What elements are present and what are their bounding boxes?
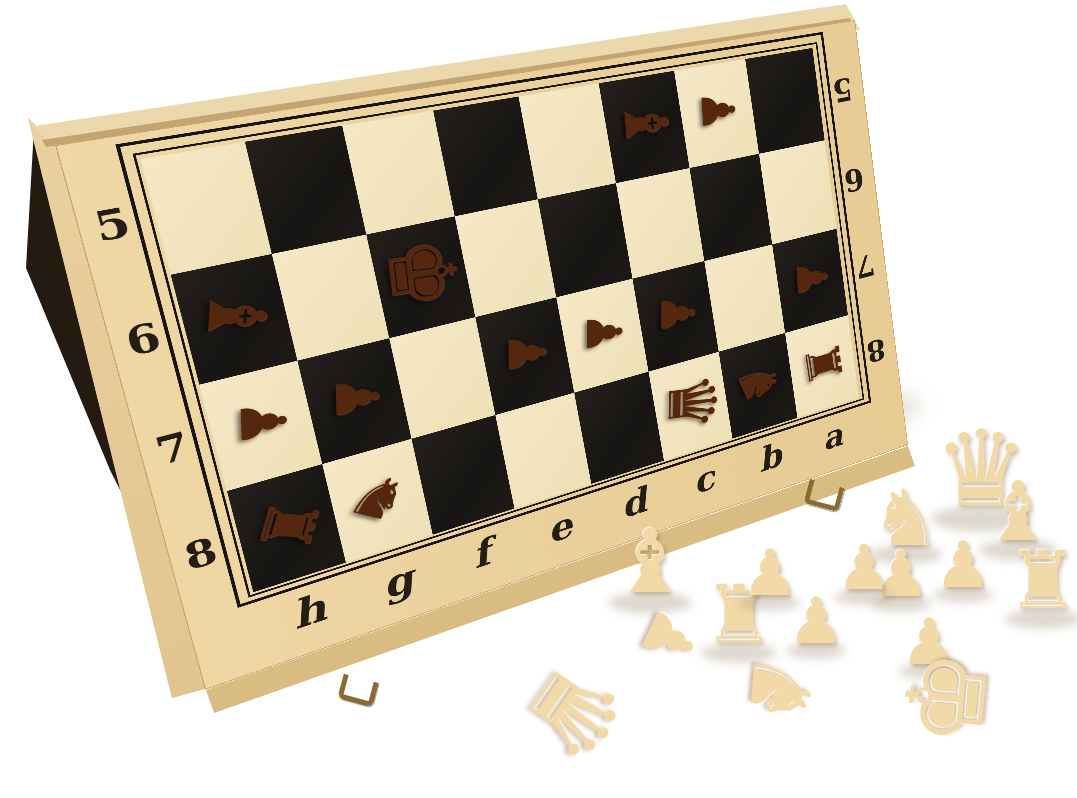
square-b6[interactable]	[689, 153, 772, 261]
rank-label-right-6: 6	[842, 162, 865, 196]
dark-piece-p-e7[interactable]: ♟	[499, 329, 551, 377]
white-piece-b-standing-7[interactable]: ♝	[611, 518, 690, 606]
file-label-f: f	[469, 534, 494, 574]
dark-piece-b-h6[interactable]: ♝	[193, 285, 276, 345]
file-label-c: c	[691, 461, 717, 500]
file-label-a: a	[821, 419, 845, 456]
white-piece-p-lying-12[interactable]: ♟	[629, 598, 711, 677]
rank-label-left-6: 6	[122, 317, 165, 362]
brass-clasp-1	[337, 674, 378, 707]
square-c6[interactable]	[616, 168, 704, 279]
file-label-e: e	[544, 507, 575, 549]
white-piece-r-standing-3[interactable]: ♜	[1007, 541, 1077, 621]
dark-piece-p-c7[interactable]: ♟	[653, 291, 699, 336]
brass-clasp-2	[803, 479, 844, 512]
rank-label-left-7: 7	[152, 427, 194, 472]
white-piece-k-lying-15[interactable]: ♚	[889, 645, 1005, 751]
dark-piece-b-c5[interactable]: ♝	[613, 95, 676, 153]
white-piece-p-standing-4[interactable]: ♟	[934, 533, 991, 597]
square-a6[interactable]	[759, 140, 837, 245]
dark-piece-r-h8[interactable]: ♜	[245, 496, 328, 553]
dark-piece-p-d7[interactable]: ♟	[578, 310, 627, 356]
dark-piece-k-f6[interactable]: ♚	[371, 231, 469, 316]
white-piece-p-standing-10[interactable]: ♟	[787, 589, 844, 653]
white-piece-q-lying-14[interactable]: ♛	[501, 641, 645, 782]
rank-label-left-5: 5	[90, 202, 135, 248]
dark-piece-p-g7[interactable]: ♟	[325, 372, 385, 424]
dark-piece-p-a7[interactable]: ♟	[789, 256, 832, 301]
rank-label-right-7: 7	[854, 249, 877, 283]
rank-label-right-8: 8	[865, 333, 887, 366]
rank-label-left-8: 8	[181, 532, 221, 576]
square-a5[interactable]	[745, 48, 824, 153]
file-label-h: h	[288, 588, 330, 635]
dark-piece-p-h7[interactable]: ♟	[229, 396, 293, 450]
rank-label-right-5: 5	[831, 73, 855, 107]
file-label-b: b	[756, 439, 783, 478]
dark-piece-p-b5[interactable]: ♟	[693, 88, 741, 134]
dark-piece-q-c8[interactable]: ♛	[657, 369, 724, 436]
file-label-g: g	[379, 560, 417, 605]
white-piece-n-lying-13[interactable]: ♞	[736, 650, 824, 730]
